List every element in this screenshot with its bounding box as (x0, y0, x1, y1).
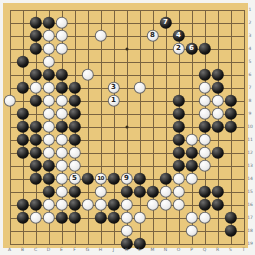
coord-label-bottom: J (113, 248, 114, 253)
coord-label-right: 4 (249, 46, 252, 51)
diagram: 78426315109ABCDEFGHJKLMNOPQRST1234567891… (0, 0, 255, 255)
coord-label-bottom: R (216, 248, 219, 253)
move-number: 1 (111, 97, 116, 104)
coord-label-bottom: C (34, 248, 37, 253)
star-point (125, 125, 128, 128)
move-number: 4 (176, 32, 181, 39)
coord-label-right: 5 (249, 59, 252, 64)
star-point (125, 47, 128, 50)
move-number: 5 (72, 175, 77, 182)
coord-label-right: 13 (247, 163, 253, 168)
coord-label-right: 8 (249, 98, 252, 103)
coord-label-right: 15 (247, 189, 253, 194)
coord-label-bottom: M (151, 248, 155, 253)
coord-label-bottom: F (73, 248, 76, 253)
grid-line-v (140, 10, 141, 245)
coord-label-right: 6 (249, 72, 252, 77)
coord-label-bottom: O (177, 248, 181, 253)
coord-label-bottom: N (164, 248, 167, 253)
coord-label-bottom: S (229, 248, 232, 253)
coord-label-right: 14 (247, 176, 253, 181)
coord-label-right: 10 (247, 124, 253, 129)
coord-label-bottom: G (86, 248, 90, 253)
coord-label-right: 7 (249, 85, 252, 90)
coord-label-bottom: H (99, 248, 102, 253)
move-number: 6 (189, 45, 194, 52)
coord-label-right: 18 (247, 228, 253, 233)
move-number: 8 (150, 32, 155, 39)
coord-label-right: 9 (249, 111, 252, 116)
coord-label-bottom: A (8, 248, 11, 253)
coord-label-right: 17 (247, 215, 253, 220)
coord-label-right: 16 (247, 202, 253, 207)
move-number: 10 (97, 176, 104, 182)
move-number: 7 (163, 19, 168, 26)
coord-label-right: 19 (247, 241, 253, 246)
move-number: 2 (176, 45, 181, 52)
coord-label-right: 2 (249, 20, 252, 25)
coord-label-right: 12 (247, 150, 253, 155)
move-number: 9 (124, 175, 129, 182)
coord-label-bottom: D (47, 248, 50, 253)
coord-label-bottom: E (60, 248, 63, 253)
move-number: 3 (111, 84, 116, 91)
coord-label-right: 1 (249, 7, 252, 12)
coord-label-bottom: L (138, 248, 141, 253)
coord-label-bottom: P (190, 248, 193, 253)
coord-label-right: 3 (249, 33, 252, 38)
coord-label-bottom: T (242, 248, 245, 253)
coord-label-right: 11 (247, 137, 253, 142)
grid-line-v (244, 10, 245, 245)
coord-label-bottom: B (21, 248, 24, 253)
coord-label-bottom: Q (203, 248, 207, 253)
coord-label-bottom: K (125, 248, 128, 253)
